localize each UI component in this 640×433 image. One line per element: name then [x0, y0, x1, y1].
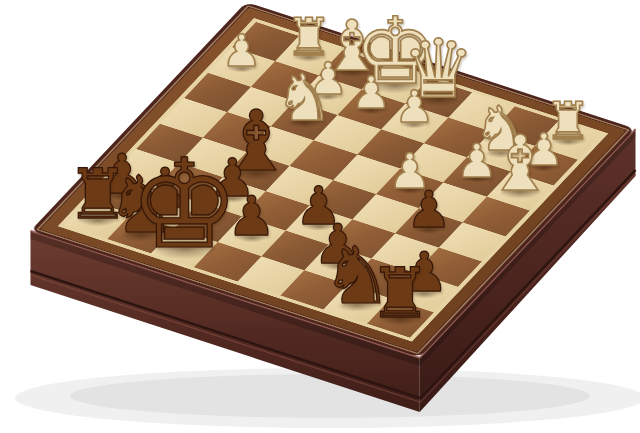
chessboard-photo: ♜♟♝♚♟♛♟♞♟♜♞♟♝♟♟♝♟♟♟♜♟♟♞♟♚♟♟♞♜ [0, 0, 640, 433]
